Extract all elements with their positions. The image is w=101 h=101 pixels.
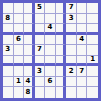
cell-r4c3[interactable] — [24, 35, 35, 46]
cell-r1c8[interactable] — [77, 3, 88, 14]
cell-r7c3[interactable] — [24, 66, 35, 77]
cell-r5c1[interactable]: 3 — [3, 45, 14, 56]
cell-r2c4[interactable] — [35, 14, 46, 25]
cell-r8c2[interactable]: 1 — [14, 77, 25, 88]
cell-r1c6[interactable] — [56, 3, 67, 14]
cell-r3c2[interactable] — [14, 24, 25, 35]
cell-r7c5[interactable] — [45, 66, 56, 77]
cell-r9c7[interactable] — [66, 87, 77, 98]
cell-r6c2[interactable] — [14, 56, 25, 67]
cell-r8c6[interactable] — [56, 77, 67, 88]
cell-r5c2[interactable] — [14, 45, 25, 56]
cell-r9c5[interactable] — [45, 87, 56, 98]
cell-r5c8[interactable] — [77, 45, 88, 56]
cell-r8c3[interactable]: 4 — [24, 77, 35, 88]
cell-r2c9[interactable] — [87, 14, 98, 25]
cell-r8c5[interactable]: 6 — [45, 77, 56, 88]
cell-r3c5[interactable]: 4 — [45, 24, 56, 35]
cell-r2c7[interactable]: 3 — [66, 14, 77, 25]
cell-r6c9[interactable]: 1 — [87, 56, 98, 67]
cell-r4c6[interactable] — [56, 35, 67, 46]
cell-r3c7[interactable] — [66, 24, 77, 35]
cell-r9c9[interactable] — [87, 87, 98, 98]
cell-r3c8[interactable] — [77, 24, 88, 35]
cell-r6c7[interactable] — [66, 56, 77, 67]
cell-r7c7[interactable]: 2 — [66, 66, 77, 77]
cell-r6c1[interactable] — [3, 56, 14, 67]
cell-r1c5[interactable] — [45, 3, 56, 14]
cell-r4c5[interactable] — [45, 35, 56, 46]
cell-r8c1[interactable] — [3, 77, 14, 88]
cell-r5c4[interactable]: 7 — [35, 45, 46, 56]
cell-r9c1[interactable] — [3, 87, 14, 98]
cell-r5c3[interactable] — [24, 45, 35, 56]
cell-r1c3[interactable] — [24, 3, 35, 14]
cell-r9c3[interactable]: 8 — [24, 87, 35, 98]
cell-r7c8[interactable]: 7 — [77, 66, 88, 77]
cell-r2c2[interactable] — [14, 14, 25, 25]
cell-r3c1[interactable] — [3, 24, 14, 35]
cell-r5c5[interactable] — [45, 45, 56, 56]
cell-r2c3[interactable] — [24, 14, 35, 25]
cell-r6c5[interactable] — [45, 56, 56, 67]
cell-r1c2[interactable] — [14, 3, 25, 14]
cell-r4c7[interactable] — [66, 35, 77, 46]
cell-r9c4[interactable] — [35, 87, 46, 98]
cell-r7c6[interactable] — [56, 66, 67, 77]
cell-r6c8[interactable] — [77, 56, 88, 67]
cell-r8c9[interactable] — [87, 77, 98, 88]
cell-r5c6[interactable] — [56, 45, 67, 56]
cell-r7c2[interactable] — [14, 66, 25, 77]
cell-r1c1[interactable] — [3, 3, 14, 14]
cell-r2c6[interactable] — [56, 14, 67, 25]
cell-r9c8[interactable] — [77, 87, 88, 98]
cell-r7c1[interactable] — [3, 66, 14, 77]
cell-r7c9[interactable] — [87, 66, 98, 77]
cell-r9c6[interactable] — [56, 87, 67, 98]
cell-r3c9[interactable] — [87, 24, 98, 35]
cell-r4c9[interactable] — [87, 35, 98, 46]
cell-r1c7[interactable]: 7 — [66, 3, 77, 14]
cell-r4c2[interactable]: 6 — [14, 35, 25, 46]
cell-r8c7[interactable] — [66, 77, 77, 88]
cell-r4c4[interactable] — [35, 35, 46, 46]
cell-r5c7[interactable] — [66, 45, 77, 56]
cell-r3c3[interactable] — [24, 24, 35, 35]
cell-r8c8[interactable] — [77, 77, 88, 88]
cell-r9c2[interactable] — [14, 87, 25, 98]
cell-r2c1[interactable]: 8 — [3, 14, 14, 25]
cell-r1c4[interactable]: 5 — [35, 3, 46, 14]
cell-r4c8[interactable]: 4 — [77, 35, 88, 46]
cell-r8c4[interactable] — [35, 77, 46, 88]
cell-r6c6[interactable] — [56, 56, 67, 67]
cell-r2c8[interactable] — [77, 14, 88, 25]
cell-r3c4[interactable] — [35, 24, 46, 35]
cell-r3c6[interactable] — [56, 24, 67, 35]
cell-r6c4[interactable] — [35, 56, 46, 67]
cell-r4c1[interactable] — [3, 35, 14, 46]
cell-r6c3[interactable] — [24, 56, 35, 67]
sudoku-board: 57834643713271468 — [0, 0, 101, 101]
cell-r1c9[interactable] — [87, 3, 98, 14]
cell-r7c4[interactable]: 3 — [35, 66, 46, 77]
